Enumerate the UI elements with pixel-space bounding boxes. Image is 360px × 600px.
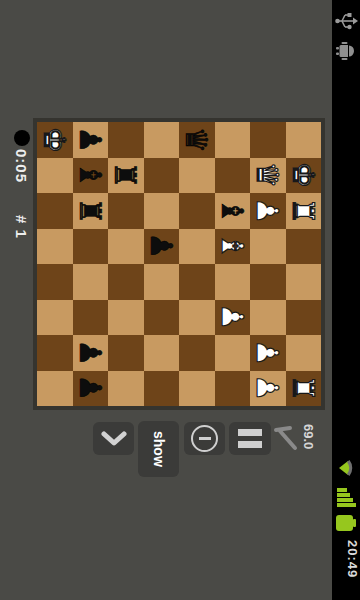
board-square[interactable]: [37, 193, 73, 229]
chess-piece-bP[interactable]: ♟: [75, 339, 105, 366]
board-square[interactable]: [250, 300, 286, 336]
board-square[interactable]: ♟: [73, 122, 109, 158]
board-square[interactable]: ♚: [37, 122, 73, 158]
board-square[interactable]: ♜: [286, 371, 322, 407]
game-clock: 0:05: [13, 149, 30, 183]
board-square[interactable]: [179, 193, 215, 229]
board-square[interactable]: [250, 229, 286, 265]
board-square[interactable]: ♟: [250, 335, 286, 371]
chevron-down-button[interactable]: [93, 422, 134, 455]
board-square[interactable]: [37, 371, 73, 407]
board-square[interactable]: ♜: [108, 158, 144, 194]
board-square[interactable]: ♟: [144, 229, 180, 265]
chess-piece-bP[interactable]: ♟: [75, 126, 105, 153]
board-square[interactable]: ♝: [215, 229, 251, 265]
board-square[interactable]: [144, 371, 180, 407]
wifi-icon: [332, 457, 360, 479]
chess-piece-wR[interactable]: ♜: [288, 375, 318, 402]
board-square[interactable]: ♜: [73, 193, 109, 229]
board-square[interactable]: [37, 158, 73, 194]
chess-piece-wP[interactable]: ♟: [253, 197, 283, 224]
board-square[interactable]: ♟: [250, 371, 286, 407]
chess-piece-wK[interactable]: ♚: [288, 162, 318, 189]
chess-piece-wP[interactable]: ♟: [253, 375, 283, 402]
chess-board[interactable]: ♚♟♛♝♜♛♚♜♝♟♜♟♝♟♟♟♟♟♜: [33, 118, 325, 410]
board-square[interactable]: [179, 371, 215, 407]
board-square[interactable]: [144, 300, 180, 336]
chess-piece-bR[interactable]: ♜: [111, 162, 141, 189]
board-square[interactable]: ♟: [215, 300, 251, 336]
battery-icon: [332, 513, 360, 533]
board-square[interactable]: [37, 335, 73, 371]
board-square[interactable]: [179, 229, 215, 265]
chess-piece-bQ[interactable]: ♛: [182, 126, 212, 153]
chess-piece-bB[interactable]: ♝: [75, 162, 105, 189]
board-square[interactable]: [215, 122, 251, 158]
board-square[interactable]: [286, 122, 322, 158]
board-square[interactable]: [179, 264, 215, 300]
move-number-label: # 1: [13, 215, 30, 239]
turn-indicator-dot: [14, 130, 30, 146]
board-square[interactable]: [37, 300, 73, 336]
chess-piece-bP[interactable]: ♟: [146, 233, 176, 260]
board-square[interactable]: ♛: [179, 122, 215, 158]
board-square[interactable]: ♟: [73, 335, 109, 371]
status-bar-clock: 20:49: [332, 540, 360, 578]
board-square[interactable]: [215, 371, 251, 407]
chess-piece-wB[interactable]: ♝: [217, 233, 247, 260]
signal-icon: [332, 486, 360, 510]
chess-piece-wR[interactable]: ♜: [288, 197, 318, 224]
board-square[interactable]: [37, 264, 73, 300]
engine-eval-label: 69.0: [301, 424, 316, 449]
chess-piece-wQ[interactable]: ♛: [253, 162, 283, 189]
board-square[interactable]: ♛: [250, 158, 286, 194]
show-button-label: show: [151, 431, 167, 467]
board-square[interactable]: [108, 335, 144, 371]
board-square[interactable]: ♝: [215, 193, 251, 229]
board-square[interactable]: [144, 264, 180, 300]
board-square[interactable]: [286, 264, 322, 300]
board-square[interactable]: [108, 300, 144, 336]
board-square[interactable]: [144, 122, 180, 158]
board-square[interactable]: [73, 300, 109, 336]
board-square[interactable]: ♝: [73, 158, 109, 194]
board-square[interactable]: [73, 229, 109, 265]
chess-piece-bP[interactable]: ♟: [75, 375, 105, 402]
board-square[interactable]: [179, 158, 215, 194]
board-square[interactable]: [144, 335, 180, 371]
double-bar-icon: [238, 429, 262, 448]
board-square[interactable]: [144, 193, 180, 229]
board-square[interactable]: [108, 264, 144, 300]
board-square[interactable]: [286, 335, 322, 371]
board-square[interactable]: [215, 335, 251, 371]
board-square[interactable]: ♟: [250, 193, 286, 229]
pencil-icon: [272, 424, 300, 452]
board-square[interactable]: [144, 158, 180, 194]
board-square[interactable]: [108, 193, 144, 229]
board-square[interactable]: [179, 300, 215, 336]
android-debug-icon: [332, 40, 360, 62]
board-square[interactable]: [108, 371, 144, 407]
chevron-down-icon: [101, 431, 127, 447]
chess-piece-wK[interactable]: ♚: [40, 126, 70, 153]
board-square[interactable]: [286, 300, 322, 336]
board-square[interactable]: [250, 264, 286, 300]
chess-piece-wP[interactable]: ♟: [217, 304, 247, 331]
board-square[interactable]: ♚: [286, 158, 322, 194]
board-square[interactable]: [37, 229, 73, 265]
board-square[interactable]: [108, 229, 144, 265]
board-square[interactable]: [215, 264, 251, 300]
board-square[interactable]: [108, 122, 144, 158]
show-button[interactable]: show: [138, 421, 179, 477]
board-square[interactable]: [179, 335, 215, 371]
chess-piece-wP[interactable]: ♟: [253, 339, 283, 366]
board-square[interactable]: ♟: [73, 371, 109, 407]
chess-piece-bR[interactable]: ♜: [75, 197, 105, 224]
pause-button[interactable]: [229, 422, 271, 455]
board-square[interactable]: [215, 158, 251, 194]
usb-icon: [332, 10, 360, 32]
board-square[interactable]: [250, 122, 286, 158]
circled-minus-icon: [191, 425, 218, 452]
minus-button[interactable]: [184, 422, 225, 455]
android-status-bar: 20:49: [332, 0, 360, 600]
board-square[interactable]: ♜: [286, 193, 322, 229]
board-square[interactable]: [286, 229, 322, 265]
chess-piece-bB[interactable]: ♝: [217, 197, 247, 224]
board-square[interactable]: [73, 264, 109, 300]
